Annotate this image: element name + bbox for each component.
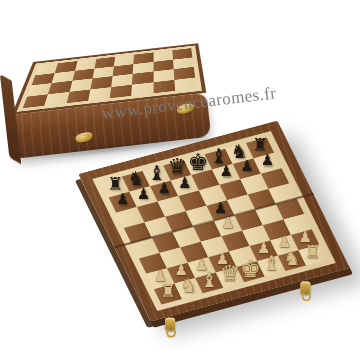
black-pawn-c7: ♟ (153, 177, 175, 199)
box-square (131, 82, 153, 96)
white-knight-g1: ♞ (281, 247, 303, 269)
box-square (110, 84, 132, 98)
white-bishop-f1: ♝ (260, 252, 282, 274)
white-knight-b1: ♞ (178, 274, 200, 296)
white-rook-h1: ♜ (302, 241, 324, 263)
black-pawn-g7: ♟ (236, 155, 258, 177)
black-pawn-d7: ♟ (174, 172, 196, 194)
black-pawn-h7: ♟ (257, 149, 279, 171)
white-bishop-c1: ♝ (198, 269, 220, 291)
box-square (88, 87, 111, 101)
black-pawn-f7: ♟ (215, 160, 237, 182)
white-king-e1: ♚ (240, 258, 262, 280)
white-rook-a1: ♜ (157, 280, 179, 302)
box-square (23, 94, 49, 108)
brass-clasp-icon (74, 130, 93, 143)
box-square (153, 80, 175, 94)
white-pawn-e4: ♟ (217, 212, 239, 234)
black-pawn-a7: ♟ (112, 188, 134, 210)
brass-latch-icon (300, 281, 310, 294)
box-square (44, 92, 69, 106)
black-king-e8: ♚ (187, 151, 209, 173)
white-queen-d1: ♛ (219, 263, 241, 285)
box-square (66, 89, 90, 103)
black-pawn-b7: ♟ (133, 183, 155, 205)
closed-chess-box (1, 0, 212, 159)
brass-latch-icon (165, 318, 175, 331)
product-photo: ♜♞♝♛♚♝♞♜♟♟♟♟♟♟♟♟♟♟♟♟♟♟♟♟♜♞♝♛♚♝♞♜ www.pro… (0, 0, 360, 360)
box-square (174, 77, 196, 91)
